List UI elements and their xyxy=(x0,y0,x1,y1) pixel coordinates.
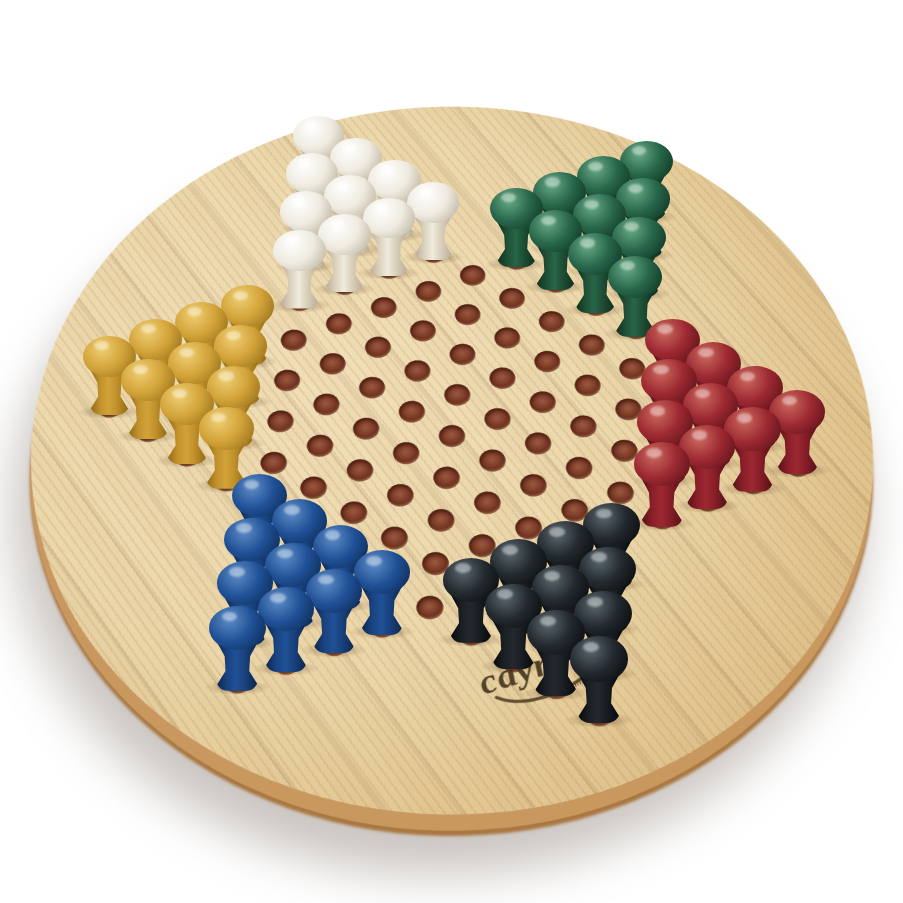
peg-white[interactable] xyxy=(270,230,329,309)
peg-head xyxy=(608,256,662,298)
product-photo-scene: cayro the games xyxy=(0,0,903,903)
pegs-layer xyxy=(0,0,903,903)
peg-head xyxy=(209,606,266,650)
peg-blue[interactable] xyxy=(206,606,269,691)
peg-head xyxy=(570,636,628,681)
peg-head xyxy=(273,230,326,271)
peg-black[interactable] xyxy=(567,636,632,723)
peg-head xyxy=(199,407,253,449)
peg-head xyxy=(634,442,690,486)
